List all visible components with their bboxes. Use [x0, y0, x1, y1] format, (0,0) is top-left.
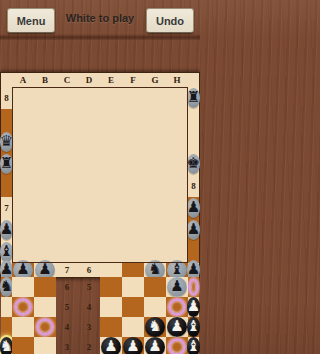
square-a3[interactable] — [100, 317, 122, 337]
piece-black-pawn[interactable]: ♟ — [187, 220, 200, 240]
right-rank-label-4: 4 — [56, 317, 78, 337]
top-file-label-h: H — [166, 73, 188, 87]
square-f5[interactable] — [1, 297, 12, 317]
square-h4[interactable] — [34, 317, 56, 337]
right-rank-label-7: 7 — [56, 263, 78, 277]
right-rank-label-5: 5 — [56, 297, 78, 317]
top-file-label-b: B — [34, 73, 56, 87]
top-file-label-a: A — [12, 73, 34, 87]
square-g5[interactable] — [12, 297, 34, 317]
chess-app: { "game": "chess", "toolbar": { "menu_la… — [0, 0, 200, 354]
piece-white-pawn[interactable]: ♟ — [145, 337, 165, 354]
square-g4[interactable] — [12, 317, 34, 337]
undo-button[interactable]: Undo — [146, 8, 194, 33]
piece-white-bishop[interactable]: ♝ — [187, 337, 200, 354]
square-e3[interactable]: ♝ — [188, 317, 199, 337]
square-f7[interactable]: ♟ — [1, 263, 12, 277]
top-file-label-g: G — [144, 73, 166, 87]
piece-black-queen[interactable]: ♛ — [0, 132, 13, 152]
square-f4[interactable] — [1, 317, 12, 337]
square-d2[interactable] — [166, 337, 188, 354]
toolbar: Menu White to play Undo — [0, 0, 200, 39]
piece-white-bishop[interactable]: ♝ — [187, 317, 200, 337]
square-c7[interactable]: ♟ — [188, 219, 199, 241]
square-h8[interactable] — [1, 175, 12, 197]
square-a2[interactable]: ♟ — [100, 337, 122, 354]
square-c5[interactable] — [144, 277, 166, 297]
top-corner — [1, 73, 12, 87]
square-b4[interactable] — [122, 297, 144, 317]
square-c3[interactable]: ♞ — [144, 317, 166, 337]
left-rank-label-4: 4 — [78, 297, 100, 317]
square-h3[interactable] — [34, 337, 56, 354]
piece-black-king[interactable]: ♚ — [187, 154, 200, 174]
top-file-label-d: D — [78, 73, 100, 87]
piece-white-knight[interactable]: ♞ — [145, 317, 165, 337]
piece-black-bishop[interactable]: ♝ — [0, 242, 13, 262]
square-c8[interactable] — [188, 109, 199, 131]
square-b7[interactable]: ♟ — [1, 219, 12, 241]
square-e4[interactable]: ♟ — [188, 297, 199, 317]
piece-black-pawn[interactable]: ♟ — [167, 277, 187, 297]
board-inner-border — [12, 87, 188, 263]
turn-status-text: White to play — [54, 12, 146, 24]
square-a5[interactable] — [100, 277, 122, 297]
square-d4[interactable] — [166, 297, 188, 317]
square-d3[interactable]: ♟ — [166, 317, 188, 337]
square-h6[interactable] — [34, 277, 56, 297]
left-rank-label-2: 2 — [78, 337, 100, 354]
left-rank-label-7: 7 — [1, 197, 12, 219]
piece-white-pawn[interactable]: ♟ — [187, 297, 200, 317]
right-rank-label-6: 6 — [56, 277, 78, 297]
piece-black-pawn[interactable]: ♟ — [0, 220, 13, 240]
left-rank-label-3: 3 — [78, 317, 100, 337]
top-corner — [188, 73, 199, 87]
move-target-ring — [188, 278, 199, 296]
square-d8[interactable]: ♛ — [1, 131, 12, 153]
piece-white-pawn[interactable]: ♟ — [167, 317, 187, 337]
square-h7[interactable]: ♟ — [34, 263, 56, 277]
right-rank-label-8: 8 — [188, 175, 199, 197]
square-b8[interactable] — [1, 109, 12, 131]
piece-black-pawn[interactable]: ♟ — [187, 198, 200, 218]
right-rank-label-3: 3 — [56, 337, 78, 354]
square-h5[interactable] — [34, 297, 56, 317]
left-rank-label-8: 8 — [1, 87, 12, 109]
square-e8[interactable] — [188, 131, 199, 153]
square-f8[interactable]: ♜ — [1, 153, 12, 175]
square-b6[interactable] — [122, 263, 144, 277]
square-f3[interactable]: ♞ — [1, 337, 12, 354]
top-file-label-e: E — [100, 73, 122, 87]
square-a7[interactable]: ♟ — [188, 197, 199, 219]
move-target-ring — [168, 298, 186, 316]
piece-white-pawn[interactable]: ♟ — [101, 337, 121, 354]
square-c6[interactable]: ♞ — [144, 263, 166, 277]
square-d5[interactable]: ♟ — [166, 277, 188, 297]
square-g7[interactable]: ♟ — [12, 263, 34, 277]
square-c4[interactable] — [144, 297, 166, 317]
toolbar-shadow-divider — [0, 34, 200, 40]
move-target-ring — [14, 298, 32, 316]
square-a8[interactable]: ♜ — [188, 87, 199, 109]
square-c2[interactable]: ♟ — [144, 337, 166, 354]
left-rank-label-5: 5 — [78, 277, 100, 297]
square-e6[interactable]: ♟ — [188, 263, 199, 277]
chess-board: ABCDEFGH8♜♛♜♚87♟♟♟♝♟♟♟76♞♝♟♞65♟54♟43♞♟♝♞… — [0, 72, 200, 278]
move-target-ring — [36, 318, 54, 336]
square-g3[interactable] — [12, 337, 34, 354]
top-file-label-f: F — [122, 73, 144, 87]
top-file-label-c: C — [56, 73, 78, 87]
menu-button[interactable]: Menu — [7, 8, 55, 33]
square-a6[interactable] — [100, 263, 122, 277]
square-a4[interactable] — [100, 297, 122, 317]
square-b3[interactable] — [122, 317, 144, 337]
square-b2[interactable]: ♟ — [122, 337, 144, 354]
square-g8[interactable]: ♚ — [188, 153, 199, 175]
piece-white-pawn[interactable]: ♟ — [123, 337, 143, 354]
piece-black-rook[interactable]: ♜ — [187, 88, 200, 108]
left-rank-label-6: 6 — [78, 263, 100, 277]
move-target-ring — [168, 338, 186, 354]
square-e5[interactable] — [188, 277, 199, 297]
square-e2[interactable]: ♝ — [188, 337, 199, 354]
square-g6[interactable] — [12, 277, 34, 297]
square-b5[interactable] — [122, 277, 144, 297]
square-f6[interactable]: ♞ — [1, 277, 12, 297]
square-d6[interactable]: ♝ — [166, 263, 188, 277]
piece-black-rook[interactable]: ♜ — [0, 154, 13, 174]
